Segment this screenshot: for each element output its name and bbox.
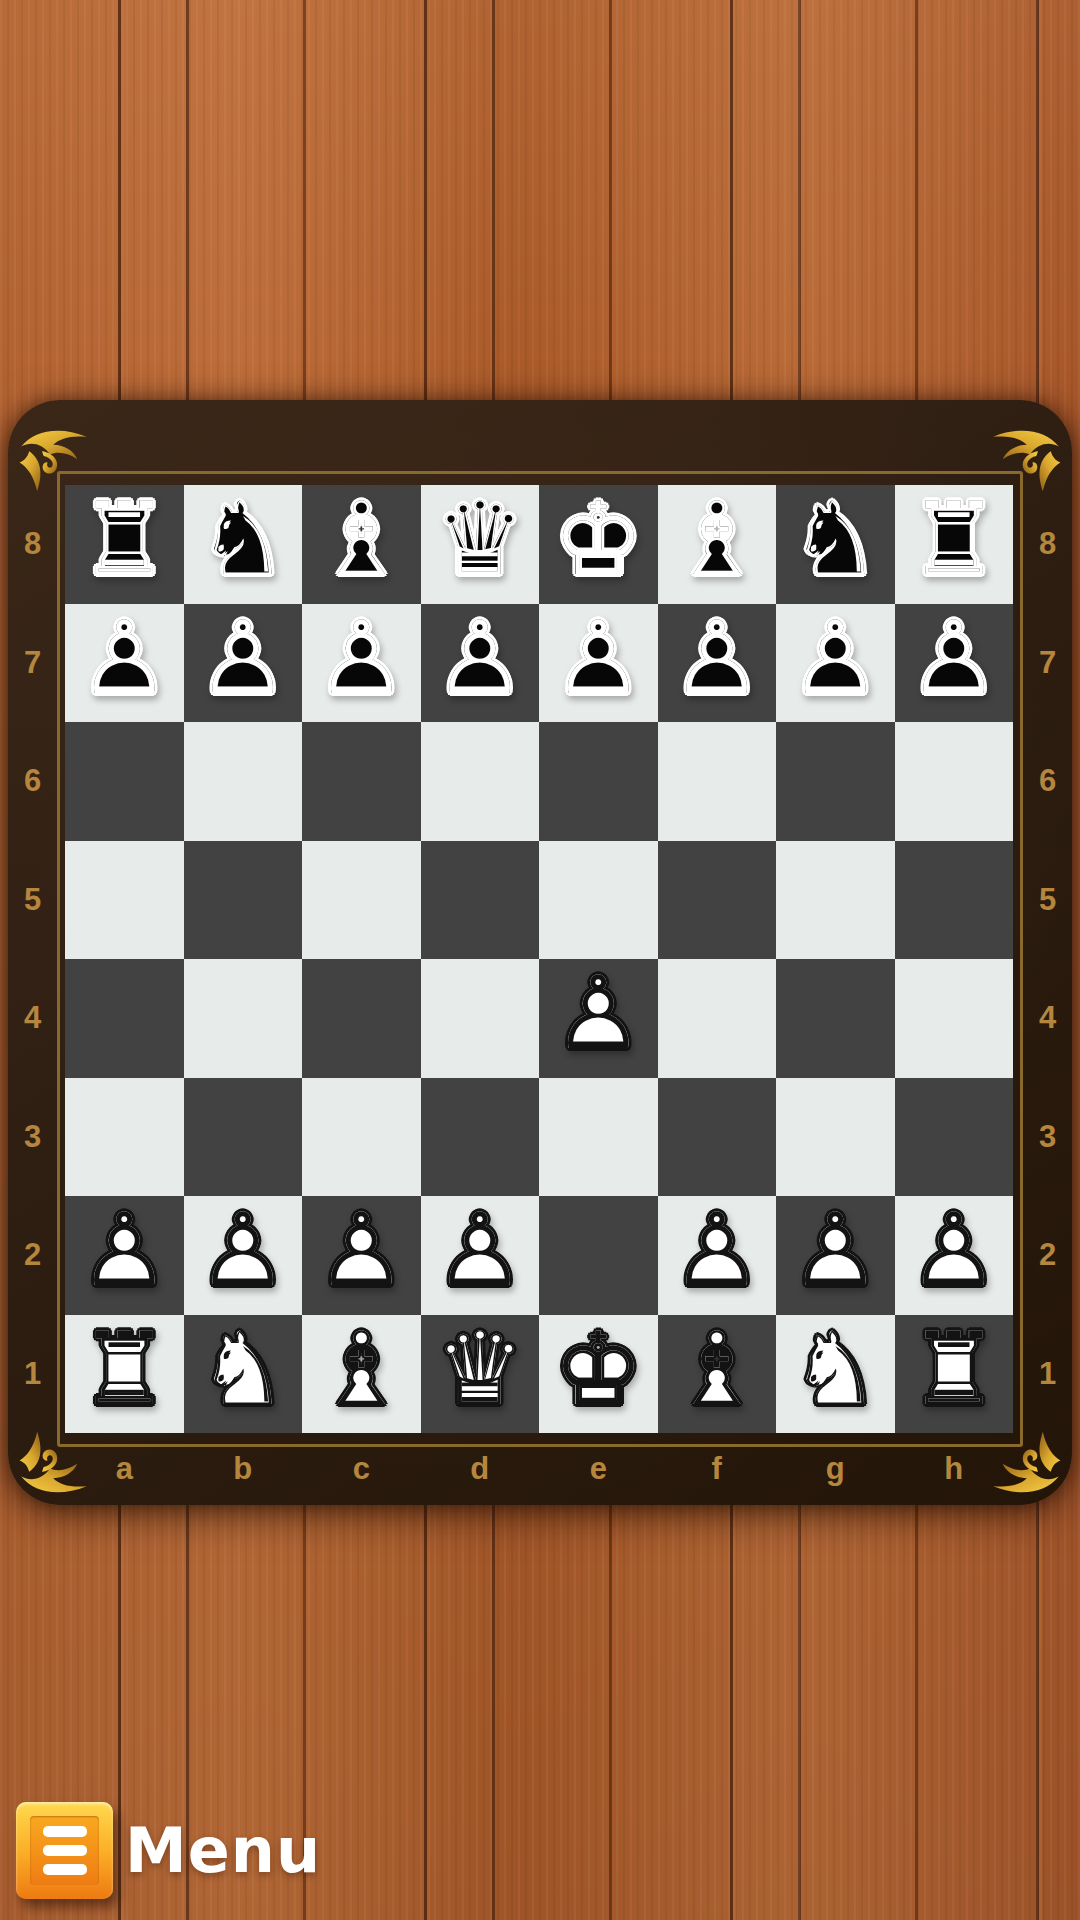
square-a5[interactable] (65, 841, 184, 960)
square-g5[interactable] (776, 841, 895, 960)
square-e5[interactable] (539, 841, 658, 960)
square-h3[interactable] (895, 1078, 1014, 1197)
square-a3[interactable] (65, 1078, 184, 1197)
square-d5[interactable] (421, 841, 540, 960)
square-b1[interactable]: ♞♘ (184, 1315, 303, 1434)
square-f4[interactable] (658, 959, 777, 1078)
black-knight[interactable]: ♞♘ (776, 485, 895, 604)
square-a4[interactable] (65, 959, 184, 1078)
file-label-e: e (539, 1442, 658, 1496)
file-label-c: c (302, 1442, 421, 1496)
hamburger-menu-icon (16, 1802, 113, 1899)
square-b4[interactable] (184, 959, 303, 1078)
black-pawn[interactable]: ♟♙ (658, 604, 777, 723)
square-f6[interactable] (658, 722, 777, 841)
square-e3[interactable] (539, 1078, 658, 1197)
menu-label: Menu (125, 1814, 321, 1887)
black-rook[interactable]: ♜♖ (65, 485, 184, 604)
black-king[interactable]: ♚♔ (539, 485, 658, 604)
black-rook[interactable]: ♜♖ (895, 485, 1014, 604)
white-pawn[interactable]: ♟♙ (184, 1196, 303, 1315)
black-pawn[interactable]: ♟♙ (65, 604, 184, 723)
square-d4[interactable] (421, 959, 540, 1078)
square-f5[interactable] (658, 841, 777, 960)
square-b7[interactable]: ♟♙ (184, 604, 303, 723)
white-bishop[interactable]: ♝♗ (302, 1315, 421, 1434)
file-label-f: f (658, 1442, 777, 1496)
black-bishop[interactable]: ♝♗ (658, 485, 777, 604)
square-g3[interactable] (776, 1078, 895, 1197)
white-queen[interactable]: ♛♕ (421, 1315, 540, 1434)
white-king[interactable]: ♚♔ (539, 1315, 658, 1434)
file-labels-bottom: abcdefgh (65, 1442, 1013, 1496)
white-rook[interactable]: ♜♖ (895, 1315, 1014, 1434)
square-h2[interactable]: ♟♙ (895, 1196, 1014, 1315)
file-label-a: a (65, 1442, 184, 1496)
square-d1[interactable]: ♛♕ (421, 1315, 540, 1434)
menu-bar (43, 1845, 87, 1856)
square-g1[interactable]: ♞♘ (776, 1315, 895, 1434)
white-knight[interactable]: ♞♘ (776, 1315, 895, 1434)
square-c5[interactable] (302, 841, 421, 960)
black-pawn[interactable]: ♟♙ (302, 604, 421, 723)
white-pawn[interactable]: ♟♙ (895, 1196, 1014, 1315)
square-f2[interactable]: ♟♙ (658, 1196, 777, 1315)
rank-label-4: 4 (8, 959, 57, 1078)
square-a7[interactable]: ♟♙ (65, 604, 184, 723)
square-f1[interactable]: ♝♗ (658, 1315, 777, 1434)
rank-label-3: 3 (8, 1078, 57, 1197)
square-h5[interactable] (895, 841, 1014, 960)
rank-label-8: 8 (8, 485, 57, 604)
square-e8[interactable]: ♚♔ (539, 485, 658, 604)
white-bishop[interactable]: ♝♗ (658, 1315, 777, 1434)
square-b8[interactable]: ♞♘ (184, 485, 303, 604)
black-pawn[interactable]: ♟♙ (184, 604, 303, 723)
square-g8[interactable]: ♞♘ (776, 485, 895, 604)
rank-label-5: 5 (1023, 841, 1072, 960)
square-c6[interactable] (302, 722, 421, 841)
square-g2[interactable]: ♟♙ (776, 1196, 895, 1315)
square-d2[interactable]: ♟♙ (421, 1196, 540, 1315)
black-knight[interactable]: ♞♘ (184, 485, 303, 604)
white-pawn[interactable]: ♟♙ (302, 1196, 421, 1315)
file-label-h: h (895, 1442, 1014, 1496)
rank-label-1: 1 (1023, 1315, 1072, 1434)
square-b3[interactable] (184, 1078, 303, 1197)
square-h1[interactable]: ♜♖ (895, 1315, 1014, 1434)
square-g7[interactable]: ♟♙ (776, 604, 895, 723)
white-pawn[interactable]: ♟♙ (421, 1196, 540, 1315)
rank-label-4: 4 (1023, 959, 1072, 1078)
square-c3[interactable] (302, 1078, 421, 1197)
black-pawn[interactable]: ♟♙ (895, 604, 1014, 723)
white-knight[interactable]: ♞♘ (184, 1315, 303, 1434)
square-e6[interactable] (539, 722, 658, 841)
white-rook[interactable]: ♜♖ (65, 1315, 184, 1434)
black-pawn[interactable]: ♟♙ (421, 604, 540, 723)
menu-button[interactable]: Menu (16, 1802, 321, 1899)
rank-label-6: 6 (8, 722, 57, 841)
square-g6[interactable] (776, 722, 895, 841)
rank-labels-left: 87654321 (8, 485, 57, 1433)
menu-bar (43, 1864, 87, 1875)
rank-label-2: 2 (8, 1196, 57, 1315)
rank-label-8: 8 (1023, 485, 1072, 604)
black-pawn[interactable]: ♟♙ (776, 604, 895, 723)
square-e4[interactable]: ♟♙ (539, 959, 658, 1078)
square-e2[interactable] (539, 1196, 658, 1315)
file-label-b: b (184, 1442, 303, 1496)
black-bishop[interactable]: ♝♗ (302, 485, 421, 604)
black-pawn[interactable]: ♟♙ (539, 604, 658, 723)
rank-label-1: 1 (8, 1315, 57, 1434)
white-pawn[interactable]: ♟♙ (658, 1196, 777, 1315)
square-h4[interactable] (895, 959, 1014, 1078)
rank-label-7: 7 (1023, 604, 1072, 723)
square-a1[interactable]: ♜♖ (65, 1315, 184, 1434)
square-c1[interactable]: ♝♗ (302, 1315, 421, 1434)
white-pawn[interactable]: ♟♙ (776, 1196, 895, 1315)
square-d8[interactable]: ♛♕ (421, 485, 540, 604)
rank-label-3: 3 (1023, 1078, 1072, 1197)
square-d7[interactable]: ♟♙ (421, 604, 540, 723)
square-g4[interactable] (776, 959, 895, 1078)
chess-board: ♜♖♞♘♝♗♛♕♚♔♝♗♞♘♜♖♟♙♟♙♟♙♟♙♟♙♟♙♟♙♟♙♟♙♟♙♟♙♟♙… (65, 485, 1013, 1433)
black-queen[interactable]: ♛♕ (421, 485, 540, 604)
square-b6[interactable] (184, 722, 303, 841)
hamburger-menu-icon-face (30, 1816, 99, 1885)
square-f7[interactable]: ♟♙ (658, 604, 777, 723)
square-h6[interactable] (895, 722, 1014, 841)
menu-bar (43, 1826, 87, 1837)
white-pawn[interactable]: ♟♙ (65, 1196, 184, 1315)
rank-label-5: 5 (8, 841, 57, 960)
square-b2[interactable]: ♟♙ (184, 1196, 303, 1315)
square-d6[interactable] (421, 722, 540, 841)
square-e7[interactable]: ♟♙ (539, 604, 658, 723)
square-f3[interactable] (658, 1078, 777, 1197)
square-c8[interactable]: ♝♗ (302, 485, 421, 604)
square-e1[interactable]: ♚♔ (539, 1315, 658, 1434)
chess-board-frame: 87654321 87654321 abcdefgh ♜♖♞♘♝♗♛♕♚♔♝♗♞… (8, 400, 1072, 1505)
file-label-d: d (421, 1442, 540, 1496)
square-h8[interactable]: ♜♖ (895, 485, 1014, 604)
square-b5[interactable] (184, 841, 303, 960)
square-c4[interactable] (302, 959, 421, 1078)
rank-label-6: 6 (1023, 722, 1072, 841)
app-screen: 87654321 87654321 abcdefgh ♜♖♞♘♝♗♛♕♚♔♝♗♞… (0, 0, 1080, 1920)
square-a2[interactable]: ♟♙ (65, 1196, 184, 1315)
square-a6[interactable] (65, 722, 184, 841)
rank-label-7: 7 (8, 604, 57, 723)
square-a8[interactable]: ♜♖ (65, 485, 184, 604)
square-d3[interactable] (421, 1078, 540, 1197)
square-c2[interactable]: ♟♙ (302, 1196, 421, 1315)
file-label-g: g (776, 1442, 895, 1496)
square-h7[interactable]: ♟♙ (895, 604, 1014, 723)
rank-label-2: 2 (1023, 1196, 1072, 1315)
square-c7[interactable]: ♟♙ (302, 604, 421, 723)
square-f8[interactable]: ♝♗ (658, 485, 777, 604)
rank-labels-right: 87654321 (1023, 485, 1072, 1433)
white-pawn[interactable]: ♟♙ (539, 959, 658, 1078)
